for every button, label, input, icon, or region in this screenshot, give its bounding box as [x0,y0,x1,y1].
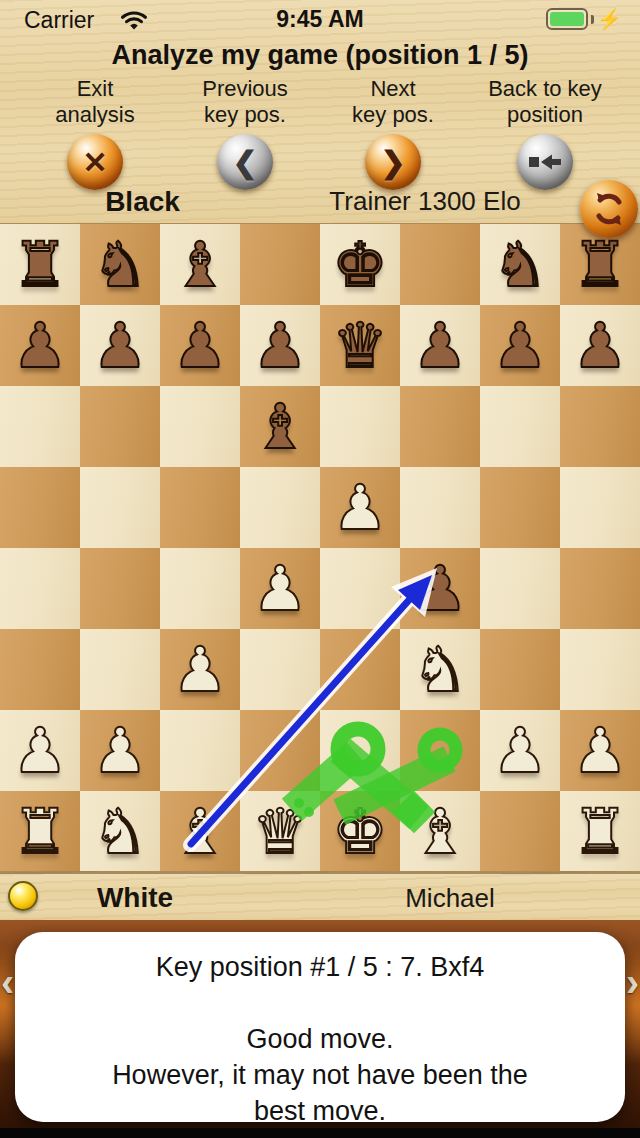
square-d4[interactable]: ♟ [240,548,320,629]
chess-analysis-screen: Carrier 9:45 AM ⚡ Analyze my game (posit… [0,0,640,1138]
square-g1[interactable] [480,791,560,872]
black-knight-b8: ♞ [92,224,148,305]
white-rook-a1: ♜ [12,791,68,872]
turn-indicator-dot [8,881,38,911]
black-pawn-g7: ♟ [492,305,548,386]
square-f5[interactable] [400,467,480,548]
square-h1[interactable]: ♜ [560,791,640,872]
square-e2[interactable] [320,710,400,791]
square-h2[interactable]: ♟ [560,710,640,791]
white-pawn-c3: ♟ [172,629,228,710]
battery-indicator: ⚡ [546,8,622,30]
square-d5[interactable] [240,467,320,548]
white-king-e1: ♚ [332,791,388,872]
white-player-name: Michael [330,883,570,914]
next-key-pos-button[interactable]: Next key pos. ❯ [308,76,478,190]
next-key-pos-label-1: Next [308,76,478,102]
charging-bolt-icon: ⚡ [597,8,622,30]
square-d1[interactable]: ♛ [240,791,320,872]
nav-chevron-right[interactable]: › [626,960,639,1005]
white-bishop-c1: ♝ [172,791,228,872]
white-player-row: White Michael [0,871,640,920]
square-a2[interactable]: ♟ [0,710,80,791]
chess-board: ♜♞♝♚♞♜♟♟♟♟♛♟♟♟♝♟♟♟♟♞♟♟♟♟♜♞♝♛♚♝♜ [0,223,640,871]
battery-icon [546,8,588,30]
square-a5[interactable] [0,467,80,548]
white-pawn-h2: ♟ [572,710,628,791]
square-c7[interactable]: ♟ [160,305,240,386]
black-king-e8: ♚ [332,224,388,305]
black-pawn-f4: ♟ [412,548,468,629]
square-b2[interactable]: ♟ [80,710,160,791]
white-side-label: White [60,882,210,914]
square-e6[interactable] [320,386,400,467]
square-f2[interactable] [400,710,480,791]
previous-key-pos-button[interactable]: Previous key pos. ❮ [160,76,330,190]
analysis-comment-line-2: However, it may not have been the [15,1057,625,1093]
square-e8[interactable]: ♚ [320,224,400,305]
rotate-arrows-icon [589,189,629,229]
black-pawn-b7: ♟ [92,305,148,386]
black-pawn-f7: ♟ [412,305,468,386]
white-rook-h1: ♜ [572,791,628,872]
square-g8[interactable]: ♞ [480,224,560,305]
white-pawn-g2: ♟ [492,710,548,791]
square-a3[interactable] [0,629,80,710]
previous-key-pos-sphere[interactable]: ❮ [217,134,273,190]
square-arrow-left-icon [528,152,562,172]
square-b7[interactable]: ♟ [80,305,160,386]
square-g7[interactable]: ♟ [480,305,560,386]
white-pawn-b2: ♟ [92,710,148,791]
white-pawn-e5: ♟ [332,467,388,548]
square-g3[interactable] [480,629,560,710]
square-b5[interactable] [80,467,160,548]
analysis-message-panel: Key position #1 / 5 : 7. Bxf4 Good move.… [15,932,625,1122]
nav-chevron-left[interactable]: ‹ [1,960,14,1005]
status-bar: Carrier 9:45 AM ⚡ [0,0,640,40]
battery-cap [591,15,594,24]
square-a4[interactable] [0,548,80,629]
black-player-row: Black Trainer 1300 Elo [0,186,640,223]
black-player-name: Trainer 1300 Elo [290,186,560,217]
rotate-board-button[interactable] [580,180,638,238]
analysis-comment-line-1: Good move. [15,1021,625,1057]
square-h6[interactable] [560,386,640,467]
square-b3[interactable] [80,629,160,710]
square-a1[interactable]: ♜ [0,791,80,872]
square-d2[interactable] [240,710,320,791]
square-f7[interactable]: ♟ [400,305,480,386]
exit-analysis-label-1: Exit [10,76,180,102]
next-key-pos-label-2: key pos. [308,102,478,128]
square-a7[interactable]: ♟ [0,305,80,386]
square-f6[interactable] [400,386,480,467]
black-pawn-h7: ♟ [572,305,628,386]
back-to-key-position-button[interactable]: Back to key position [460,76,630,190]
white-pawn-a2: ♟ [12,710,68,791]
screen-bottom-edge [0,1128,640,1138]
black-pawn-c7: ♟ [172,305,228,386]
square-c2[interactable] [160,710,240,791]
square-c1[interactable]: ♝ [160,791,240,872]
square-f4[interactable]: ♟ [400,548,480,629]
white-bishop-f1: ♝ [412,791,468,872]
square-b1[interactable]: ♞ [80,791,160,872]
square-g5[interactable] [480,467,560,548]
square-c3[interactable]: ♟ [160,629,240,710]
square-h3[interactable] [560,629,640,710]
square-c4[interactable] [160,548,240,629]
square-e3[interactable] [320,629,400,710]
white-pawn-d4: ♟ [252,548,308,629]
square-g6[interactable] [480,386,560,467]
square-b8[interactable]: ♞ [80,224,160,305]
exit-analysis-sphere[interactable]: ✕ [67,134,123,190]
square-d7[interactable]: ♟ [240,305,320,386]
black-pawn-a7: ♟ [12,305,68,386]
square-g2[interactable]: ♟ [480,710,560,791]
square-a6[interactable] [0,386,80,467]
analysis-comment-line-3: best move. [15,1093,625,1129]
white-knight-f3: ♞ [412,629,468,710]
square-e1[interactable]: ♚ [320,791,400,872]
square-h4[interactable] [560,548,640,629]
black-rook-a8: ♜ [12,224,68,305]
square-d3[interactable] [240,629,320,710]
square-g4[interactable] [480,548,560,629]
black-bishop-d6: ♝ [252,386,308,467]
square-c5[interactable] [160,467,240,548]
back-to-key-sphere[interactable] [517,134,573,190]
square-h7[interactable]: ♟ [560,305,640,386]
key-position-title: Key position #1 / 5 : 7. Bxf4 [15,949,625,985]
x-icon: ✕ [82,145,107,180]
previous-key-pos-label-1: Previous [160,76,330,102]
page-title: Analyze my game (position 1 / 5) [0,40,640,71]
back-to-key-label-2: position [460,102,630,128]
square-f3[interactable]: ♞ [400,629,480,710]
square-b6[interactable] [80,386,160,467]
square-e7[interactable]: ♛ [320,305,400,386]
square-c6[interactable] [160,386,240,467]
next-key-pos-sphere[interactable]: ❯ [365,134,421,190]
square-f1[interactable]: ♝ [400,791,480,872]
back-to-key-label-1: Back to key [460,76,630,102]
black-queen-e7: ♛ [332,305,388,386]
chevron-right-icon: ❯ [380,145,405,180]
square-a8[interactable]: ♜ [0,224,80,305]
square-b4[interactable] [80,548,160,629]
square-d8[interactable] [240,224,320,305]
bottom-background: ‹ › Key position #1 / 5 : 7. Bxf4 Good m… [0,920,640,1138]
panel-spacer [15,985,625,1021]
previous-key-pos-label-2: key pos. [160,102,330,128]
exit-analysis-label-2: analysis [10,102,180,128]
exit-analysis-button[interactable]: Exit analysis ✕ [10,76,180,190]
square-d6[interactable]: ♝ [240,386,320,467]
black-bishop-c8: ♝ [172,224,228,305]
square-e5[interactable]: ♟ [320,467,400,548]
square-f8[interactable] [400,224,480,305]
black-knight-g8: ♞ [492,224,548,305]
square-c8[interactable]: ♝ [160,224,240,305]
square-h5[interactable] [560,467,640,548]
chevron-left-icon: ❮ [232,145,257,180]
square-e4[interactable] [320,548,400,629]
white-knight-b1: ♞ [92,791,148,872]
black-pawn-d7: ♟ [252,305,308,386]
black-side-label: Black [60,186,225,218]
white-queen-d1: ♛ [252,791,308,872]
clock-time: 9:45 AM [0,6,640,33]
